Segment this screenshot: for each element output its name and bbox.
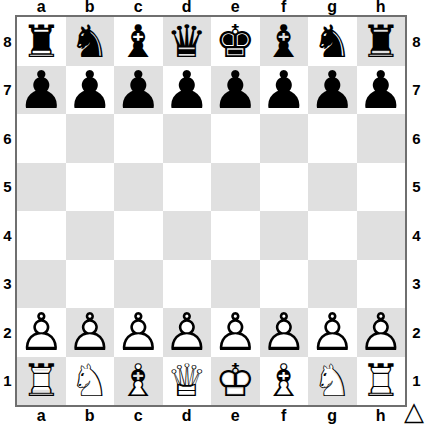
rank-label-2: 2 [0, 308, 15, 357]
square-c4[interactable] [114, 211, 163, 260]
file-label-f: f [260, 406, 309, 426]
piece-white-king: ♔ [211, 357, 260, 406]
square-c8[interactable]: ♝ [114, 17, 163, 66]
file-label-g: g [308, 0, 357, 14]
file-label-a: a [17, 0, 66, 14]
file-label-b: b [66, 406, 115, 426]
file-label-c: c [114, 406, 163, 426]
square-f4[interactable] [260, 211, 309, 260]
piece-black-pawn: ♟ [357, 66, 406, 115]
square-b5[interactable] [66, 163, 115, 212]
square-e4[interactable] [211, 211, 260, 260]
rank-label-7: 7 [0, 66, 15, 115]
square-e8[interactable]: ♚ [211, 17, 260, 66]
square-d1[interactable]: ♛♕ [163, 357, 212, 406]
square-h4[interactable] [357, 211, 406, 260]
piece-white-pawn: ♙ [260, 308, 309, 357]
rank-label-4: 4 [407, 211, 426, 260]
square-g3[interactable] [308, 260, 357, 309]
piece-black-pawn: ♟ [163, 66, 212, 115]
square-b2[interactable]: ♟♙ [66, 308, 115, 357]
piece-black-bishop: ♝ [114, 17, 163, 66]
square-d7[interactable]: ♟ [163, 66, 212, 115]
piece-black-pawn: ♟ [211, 66, 260, 115]
rank-label-1: 1 [0, 357, 15, 406]
square-e3[interactable] [211, 260, 260, 309]
piece-black-pawn: ♟ [17, 66, 66, 115]
square-b7[interactable]: ♟ [66, 66, 115, 115]
rank-label-5: 5 [0, 163, 15, 212]
piece-black-knight: ♞ [308, 17, 357, 66]
piece-black-rook: ♜ [17, 17, 66, 66]
square-b4[interactable] [66, 211, 115, 260]
square-b3[interactable] [66, 260, 115, 309]
piece-white-rook: ♖ [17, 357, 66, 406]
file-label-b: b [66, 0, 115, 14]
white-to-move-triangle-icon: △ [402, 397, 426, 425]
piece-black-pawn: ♟ [260, 66, 309, 115]
file-label-e: e [211, 406, 260, 426]
rank-label-5: 5 [407, 163, 426, 212]
square-f7[interactable]: ♟ [260, 66, 309, 115]
square-f1[interactable]: ♝♗ [260, 357, 309, 406]
rank-label-6: 6 [0, 114, 15, 163]
square-e5[interactable] [211, 163, 260, 212]
chess-board: ♜♞♝♛♚♝♞♜♟♟♟♟♟♟♟♟♟♙♟♙♟♙♟♙♟♙♟♙♟♙♟♙♜♖♞♘♝♗♛♕… [15, 15, 407, 407]
square-e1[interactable]: ♚♔ [211, 357, 260, 406]
piece-white-knight: ♘ [308, 357, 357, 406]
rank-label-6: 6 [407, 114, 426, 163]
square-a5[interactable] [17, 163, 66, 212]
square-g5[interactable] [308, 163, 357, 212]
piece-white-pawn: ♙ [66, 308, 115, 357]
piece-white-pawn: ♙ [17, 308, 66, 357]
square-d5[interactable] [163, 163, 212, 212]
square-b8[interactable]: ♞ [66, 17, 115, 66]
square-d2[interactable]: ♟♙ [163, 308, 212, 357]
square-h1[interactable]: ♜♖ [357, 357, 406, 406]
square-h5[interactable] [357, 163, 406, 212]
square-d3[interactable] [163, 260, 212, 309]
square-e6[interactable] [211, 114, 260, 163]
square-f8[interactable]: ♝ [260, 17, 309, 66]
square-h8[interactable]: ♜ [357, 17, 406, 66]
piece-white-pawn: ♙ [308, 308, 357, 357]
square-g6[interactable] [308, 114, 357, 163]
piece-black-queen: ♛ [163, 17, 212, 66]
rank-label-4: 4 [0, 211, 15, 260]
square-e7[interactable]: ♟ [211, 66, 260, 115]
square-a2[interactable]: ♟♙ [17, 308, 66, 357]
square-g8[interactable]: ♞ [308, 17, 357, 66]
square-g4[interactable] [308, 211, 357, 260]
rank-label-3: 3 [0, 260, 15, 309]
file-label-e: e [211, 0, 260, 14]
square-f3[interactable] [260, 260, 309, 309]
file-label-a: a [17, 406, 66, 426]
piece-black-bishop: ♝ [260, 17, 309, 66]
rank-label-7: 7 [407, 66, 426, 115]
rank-label-8: 8 [407, 17, 426, 66]
square-d8[interactable]: ♛ [163, 17, 212, 66]
square-h6[interactable] [357, 114, 406, 163]
file-labels-bottom: abcdefgh [17, 406, 405, 426]
square-d4[interactable] [163, 211, 212, 260]
piece-white-pawn: ♙ [114, 308, 163, 357]
square-c6[interactable] [114, 114, 163, 163]
piece-white-pawn: ♙ [357, 308, 406, 357]
rank-label-2: 2 [407, 308, 426, 357]
square-e2[interactable]: ♟♙ [211, 308, 260, 357]
square-f2[interactable]: ♟♙ [260, 308, 309, 357]
file-label-f: f [260, 0, 309, 14]
square-a8[interactable]: ♜ [17, 17, 66, 66]
piece-black-rook: ♜ [357, 17, 406, 66]
piece-black-pawn: ♟ [114, 66, 163, 115]
rank-labels-right: 87654321 [407, 17, 426, 405]
square-a3[interactable] [17, 260, 66, 309]
square-a7[interactable]: ♟ [17, 66, 66, 115]
square-c7[interactable]: ♟ [114, 66, 163, 115]
square-c2[interactable]: ♟♙ [114, 308, 163, 357]
piece-white-knight: ♘ [66, 357, 115, 406]
file-label-g: g [308, 406, 357, 426]
piece-white-queen: ♕ [163, 357, 212, 406]
piece-black-king: ♚ [211, 17, 260, 66]
square-c3[interactable] [114, 260, 163, 309]
piece-black-pawn: ♟ [308, 66, 357, 115]
square-g7[interactable]: ♟ [308, 66, 357, 115]
file-label-d: d [163, 0, 212, 14]
rank-label-3: 3 [407, 260, 426, 309]
rank-label-8: 8 [0, 17, 15, 66]
square-h2[interactable]: ♟♙ [357, 308, 406, 357]
file-label-d: d [163, 406, 212, 426]
square-c1[interactable]: ♝♗ [114, 357, 163, 406]
square-a6[interactable] [17, 114, 66, 163]
piece-white-bishop: ♗ [260, 357, 309, 406]
square-h7[interactable]: ♟ [357, 66, 406, 115]
piece-white-rook: ♖ [357, 357, 406, 406]
piece-white-pawn: ♙ [211, 308, 260, 357]
square-f5[interactable] [260, 163, 309, 212]
file-label-h: h [357, 406, 406, 426]
square-g1[interactable]: ♞♘ [308, 357, 357, 406]
square-a4[interactable] [17, 211, 66, 260]
chess-diagram: abcdefgh 87654321 ♜♞♝♛♚♝♞♜♟♟♟♟♟♟♟♟♟♙♟♙♟♙… [0, 0, 426, 426]
square-g2[interactable]: ♟♙ [308, 308, 357, 357]
square-b6[interactable] [66, 114, 115, 163]
file-label-h: h [357, 0, 406, 14]
square-f6[interactable] [260, 114, 309, 163]
piece-white-bishop: ♗ [114, 357, 163, 406]
file-label-c: c [114, 0, 163, 14]
square-c5[interactable] [114, 163, 163, 212]
square-d6[interactable] [163, 114, 212, 163]
file-labels-top: abcdefgh [17, 0, 405, 14]
square-a1[interactable]: ♜♖ [17, 357, 66, 406]
rank-labels-left: 87654321 [0, 17, 15, 405]
piece-black-pawn: ♟ [66, 66, 115, 115]
square-b1[interactable]: ♞♘ [66, 357, 115, 406]
piece-black-knight: ♞ [66, 17, 115, 66]
piece-white-pawn: ♙ [163, 308, 212, 357]
square-h3[interactable] [357, 260, 406, 309]
